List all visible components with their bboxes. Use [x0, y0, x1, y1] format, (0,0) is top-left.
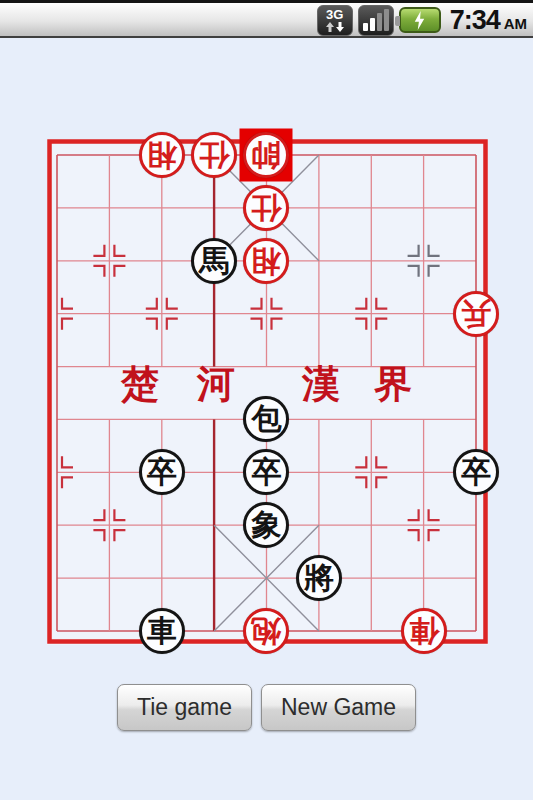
board-cell-f5r1[interactable]: 帥: [240, 129, 292, 182]
piece-black-卒[interactable]: 卒: [243, 449, 289, 495]
piece-black-象[interactable]: 象: [243, 502, 289, 548]
board-cell-f8r10[interactable]: 俥: [397, 604, 449, 657]
piece-red-仕[interactable]: 仕: [191, 132, 237, 178]
board-cell-f3r1[interactable]: 相: [136, 129, 188, 182]
board-cell-f4r3[interactable]: 馬: [188, 234, 240, 287]
board-cell-f5r3[interactable]: 相: [240, 234, 292, 287]
new-game-button[interactable]: New Game: [261, 684, 416, 731]
phone-screen: 3G 7:34 AM 楚 河 漢 界 相仕帥仕馬相兵包卒卒卒象將車炮俥: [0, 0, 533, 800]
piece-black-將[interactable]: 將: [296, 555, 342, 601]
board-cell-f5r7[interactable]: 卒: [240, 446, 292, 499]
board-cell-f5r8[interactable]: 象: [240, 499, 292, 552]
board-cell-f3r10[interactable]: 車: [136, 604, 188, 657]
piece-red-相[interactable]: 相: [139, 132, 185, 178]
piece-black-卒[interactable]: 卒: [139, 449, 185, 495]
xiangqi-board[interactable]: 相仕帥仕馬相兵包卒卒卒象將車炮俥: [31, 129, 502, 658]
piece-red-兵[interactable]: 兵: [453, 291, 499, 337]
piece-black-包[interactable]: 包: [243, 396, 289, 442]
board-cell-f6r9[interactable]: 將: [293, 552, 345, 605]
board-cell-f9r7[interactable]: 卒: [450, 446, 502, 499]
piece-black-車[interactable]: 車: [139, 608, 185, 654]
tie-game-button[interactable]: Tie game: [117, 684, 252, 731]
piece-red-仕[interactable]: 仕: [243, 185, 289, 231]
board-cell-f9r4[interactable]: 兵: [450, 287, 502, 340]
piece-black-馬[interactable]: 馬: [191, 238, 237, 284]
board-cell-f4r1[interactable]: 仕: [188, 129, 240, 182]
piece-red-炮[interactable]: 炮: [243, 608, 289, 654]
board-cell-f5r6[interactable]: 包: [240, 393, 292, 446]
board-cell-f3r7[interactable]: 卒: [136, 446, 188, 499]
button-row: Tie game New Game: [0, 684, 533, 731]
piece-black-卒[interactable]: 卒: [453, 449, 499, 495]
board-cell-f5r2[interactable]: 仕: [240, 181, 292, 234]
board-cell-f5r10[interactable]: 炮: [240, 604, 292, 657]
piece-red-俥[interactable]: 俥: [401, 608, 447, 654]
piece-red-相[interactable]: 相: [243, 238, 289, 284]
